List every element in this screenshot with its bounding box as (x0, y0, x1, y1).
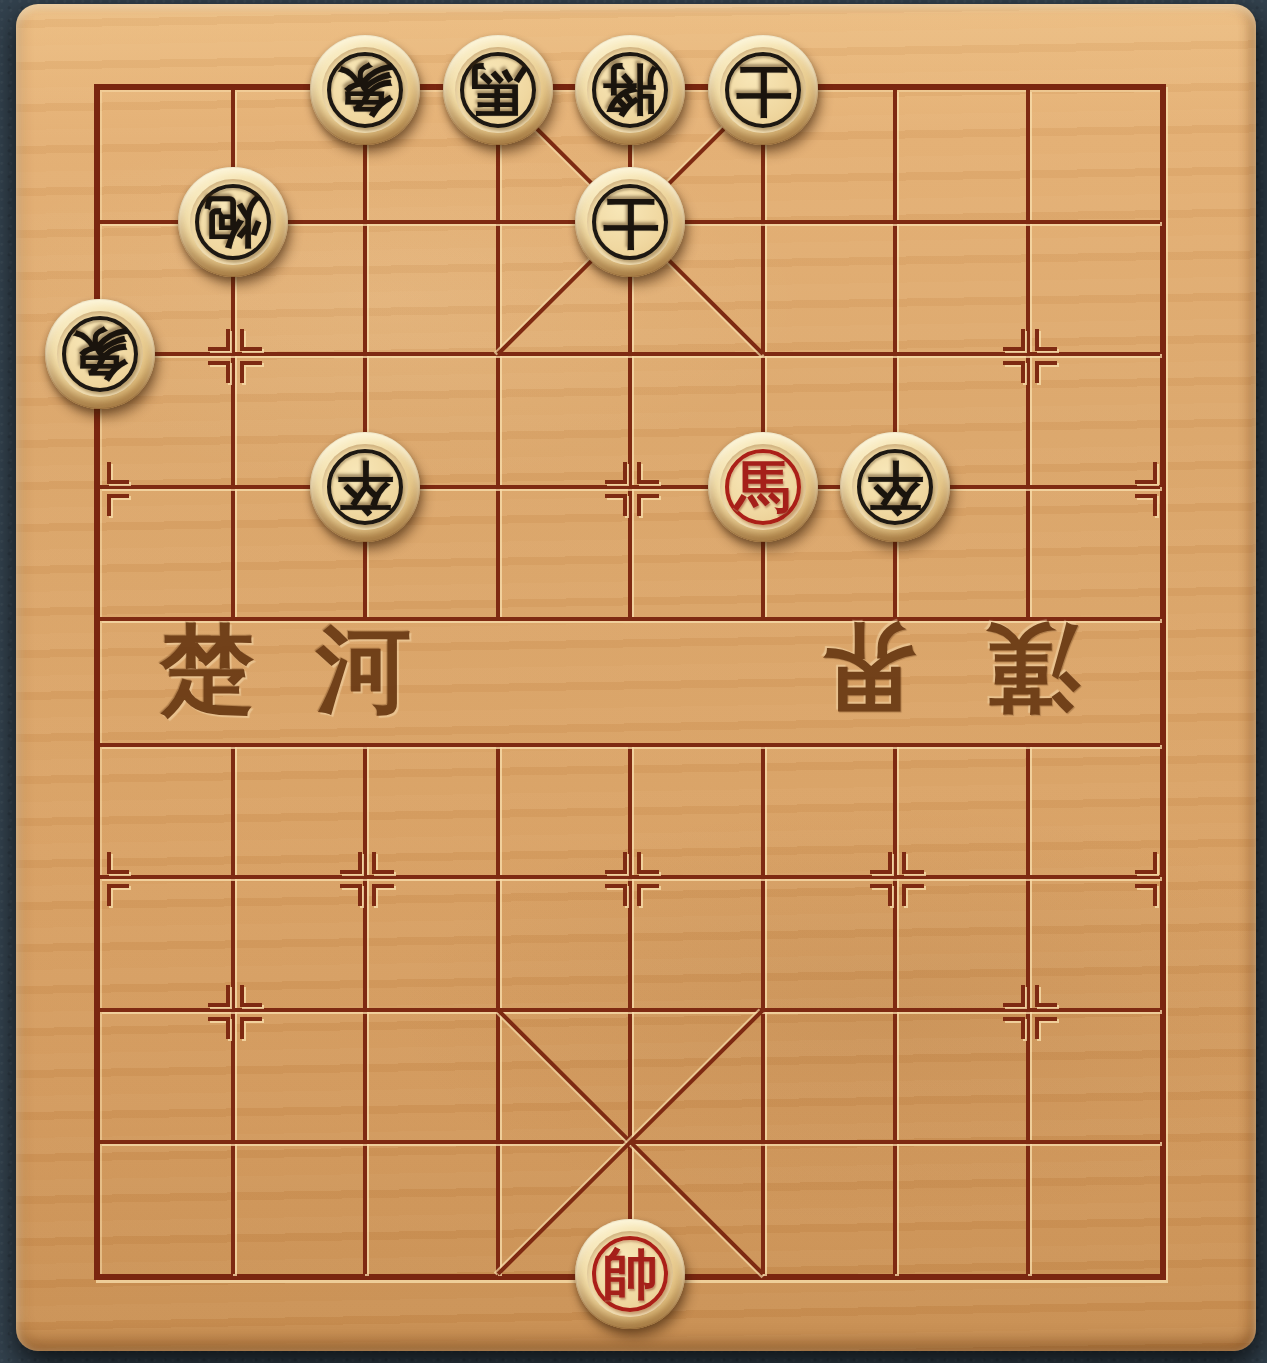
point-marker (240, 985, 262, 1007)
piece-glyph-士: 士 (708, 35, 818, 145)
river-text-char: 界 (821, 621, 916, 716)
point-marker (340, 852, 362, 874)
piece-black-elephant-1[interactable]: 象 (310, 35, 420, 145)
point-marker (605, 462, 627, 484)
point-marker (240, 1017, 262, 1039)
app-background: 楚河界漢 象馬將士炮士象卒馬卒帥 (0, 0, 1267, 1363)
point-marker (107, 884, 129, 906)
point-marker (902, 884, 924, 906)
point-marker (1135, 462, 1157, 484)
point-marker (605, 852, 627, 874)
point-marker (637, 494, 659, 516)
piece-glyph-馬: 馬 (443, 35, 553, 145)
point-marker (372, 852, 394, 874)
point-marker (1135, 852, 1157, 874)
point-marker (107, 494, 129, 516)
point-marker (240, 329, 262, 351)
piece-black-horse-1[interactable]: 馬 (443, 35, 553, 145)
piece-glyph-象: 象 (45, 299, 155, 409)
point-marker (107, 462, 129, 484)
xiangqi-board[interactable]: 楚河界漢 象馬將士炮士象卒馬卒帥 (16, 4, 1256, 1351)
piece-glyph-士: 士 (575, 167, 685, 277)
point-marker (1003, 985, 1025, 1007)
point-marker (605, 884, 627, 906)
piece-glyph-象: 象 (310, 35, 420, 145)
point-marker (340, 884, 362, 906)
grid-line-horizontal (100, 743, 1160, 747)
point-marker (1035, 361, 1057, 383)
point-marker (637, 462, 659, 484)
point-marker (1035, 985, 1057, 1007)
piece-black-elephant-2[interactable]: 象 (45, 299, 155, 409)
piece-glyph-帥: 帥 (575, 1219, 685, 1329)
piece-black-soldier-1[interactable]: 卒 (310, 432, 420, 542)
grid-line-horizontal (100, 875, 1160, 879)
point-marker (240, 361, 262, 383)
grid-line-horizontal (100, 352, 1160, 356)
piece-black-cannon-1[interactable]: 炮 (178, 167, 288, 277)
point-marker (1035, 329, 1057, 351)
river-text-char: 楚 (160, 621, 255, 716)
piece-glyph-炮: 炮 (178, 167, 288, 277)
point-marker (208, 1017, 230, 1039)
point-marker (1035, 1017, 1057, 1039)
point-marker (208, 985, 230, 1007)
point-marker (902, 852, 924, 874)
point-marker (637, 852, 659, 874)
grid-line-horizontal (100, 485, 1160, 489)
point-marker (637, 884, 659, 906)
river-text-char: 河 (316, 621, 411, 716)
point-marker (1135, 884, 1157, 906)
piece-glyph-卒: 卒 (840, 432, 950, 542)
piece-black-soldier-2[interactable]: 卒 (840, 432, 950, 542)
grid-line-horizontal (100, 1008, 1160, 1012)
point-marker (208, 361, 230, 383)
piece-black-advisor-2[interactable]: 士 (575, 167, 685, 277)
piece-glyph-馬: 馬 (708, 432, 818, 542)
point-marker (1135, 494, 1157, 516)
piece-glyph-卒: 卒 (310, 432, 420, 542)
point-marker (1003, 329, 1025, 351)
piece-red-general[interactable]: 帥 (575, 1219, 685, 1329)
point-marker (372, 884, 394, 906)
point-marker (208, 329, 230, 351)
piece-black-general[interactable]: 將 (575, 35, 685, 145)
point-marker (1003, 1017, 1025, 1039)
point-marker (870, 852, 892, 874)
point-marker (605, 494, 627, 516)
point-marker (1003, 361, 1025, 383)
point-marker (870, 884, 892, 906)
piece-glyph-將: 將 (575, 35, 685, 145)
point-marker (107, 852, 129, 874)
piece-red-horse-1[interactable]: 馬 (708, 432, 818, 542)
river-text-char: 漢 (985, 621, 1080, 716)
piece-black-advisor-1[interactable]: 士 (708, 35, 818, 145)
